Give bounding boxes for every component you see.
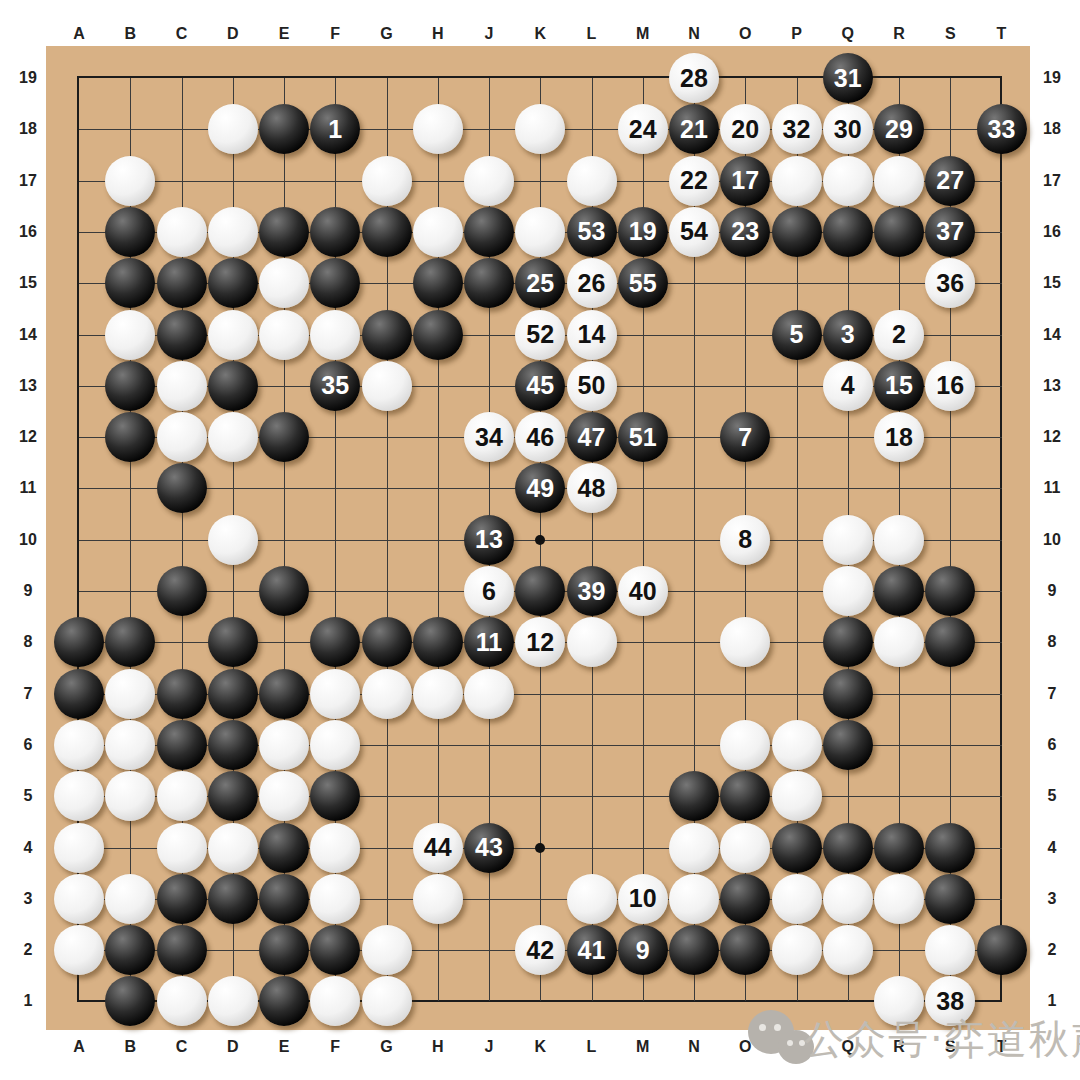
stone-D1 <box>208 976 258 1026</box>
move-number: 30 <box>834 117 862 142</box>
stone-F14 <box>310 310 360 360</box>
stone-Q9 <box>823 566 873 616</box>
star-point-K10 <box>535 535 545 545</box>
stone-K16 <box>515 207 565 257</box>
move-number: 27 <box>936 168 964 193</box>
stone-P18: 32 <box>772 104 822 154</box>
move-number: 24 <box>629 117 657 142</box>
stone-L15: 26 <box>567 258 617 308</box>
stone-D12 <box>208 412 258 462</box>
stone-B12 <box>105 412 155 462</box>
stone-P5 <box>772 771 822 821</box>
col-label-top-M: M <box>626 24 660 44</box>
stone-Q2 <box>823 925 873 975</box>
stone-B6 <box>105 720 155 770</box>
row-label-left-12: 12 <box>11 427 45 447</box>
col-label-bottom-B: B <box>113 1037 147 1057</box>
row-label-right-8: 8 <box>1035 632 1069 652</box>
stone-P3 <box>772 874 822 924</box>
stone-C7 <box>157 669 207 719</box>
move-number: 1 <box>328 117 342 142</box>
stone-D18 <box>208 104 258 154</box>
row-label-left-9: 9 <box>11 581 45 601</box>
stone-D10 <box>208 515 258 565</box>
stone-R13: 15 <box>874 361 924 411</box>
stone-B13 <box>105 361 155 411</box>
move-number: 39 <box>578 579 606 604</box>
move-number: 55 <box>629 271 657 296</box>
stone-M9: 40 <box>618 566 668 616</box>
move-number: 44 <box>424 835 452 860</box>
stone-Q7 <box>823 669 873 719</box>
stone-O6 <box>720 720 770 770</box>
row-label-right-19: 19 <box>1035 68 1069 88</box>
move-number: 35 <box>321 373 349 398</box>
move-number: 14 <box>578 322 606 347</box>
row-label-left-8: 8 <box>11 632 45 652</box>
move-number: 9 <box>636 938 650 963</box>
stone-C1 <box>157 976 207 1026</box>
stone-O12: 7 <box>720 412 770 462</box>
stone-H3 <box>413 874 463 924</box>
stone-D7 <box>208 669 258 719</box>
stone-C11 <box>157 463 207 513</box>
stone-Q18: 30 <box>823 104 873 154</box>
col-label-bottom-C: C <box>165 1037 199 1057</box>
stone-Q17 <box>823 156 873 206</box>
stone-Q16 <box>823 207 873 257</box>
stone-R14: 2 <box>874 310 924 360</box>
stone-G17 <box>362 156 412 206</box>
move-number: 53 <box>578 219 606 244</box>
row-label-right-13: 13 <box>1035 376 1069 396</box>
stone-E15 <box>259 258 309 308</box>
stone-P14: 5 <box>772 310 822 360</box>
move-number: 40 <box>629 579 657 604</box>
stone-F2 <box>310 925 360 975</box>
move-number: 36 <box>936 271 964 296</box>
col-label-top-G: G <box>370 24 404 44</box>
stone-E12 <box>259 412 309 462</box>
col-label-top-J: J <box>472 24 506 44</box>
row-label-right-4: 4 <box>1035 838 1069 858</box>
stone-N16: 54 <box>669 207 719 257</box>
stone-Q6 <box>823 720 873 770</box>
col-label-top-C: C <box>165 24 199 44</box>
move-number: 2 <box>892 322 906 347</box>
move-number: 46 <box>526 425 554 450</box>
stone-L12: 47 <box>567 412 617 462</box>
move-number: 32 <box>783 117 811 142</box>
stone-G13 <box>362 361 412 411</box>
stone-A3 <box>54 874 104 924</box>
stone-G1 <box>362 976 412 1026</box>
stone-L14: 14 <box>567 310 617 360</box>
stone-B16 <box>105 207 155 257</box>
stone-C16 <box>157 207 207 257</box>
col-label-top-R: R <box>882 24 916 44</box>
stone-G14 <box>362 310 412 360</box>
stone-E9 <box>259 566 309 616</box>
stone-B17 <box>105 156 155 206</box>
col-label-bottom-J: J <box>472 1037 506 1057</box>
stone-G2 <box>362 925 412 975</box>
stone-J15 <box>464 258 514 308</box>
stone-D4 <box>208 823 258 873</box>
stone-B2 <box>105 925 155 975</box>
stone-H8 <box>413 617 463 667</box>
row-label-left-6: 6 <box>11 735 45 755</box>
stone-C4 <box>157 823 207 873</box>
row-label-left-17: 17 <box>11 171 45 191</box>
stone-N18: 21 <box>669 104 719 154</box>
stone-E2 <box>259 925 309 975</box>
stone-H15 <box>413 258 463 308</box>
stone-N19: 28 <box>669 53 719 103</box>
stone-N2 <box>669 925 719 975</box>
move-number: 12 <box>526 630 554 655</box>
stone-Q4 <box>823 823 873 873</box>
stone-A7 <box>54 669 104 719</box>
stone-M18: 24 <box>618 104 668 154</box>
stone-R8 <box>874 617 924 667</box>
row-label-right-3: 3 <box>1035 889 1069 909</box>
stone-M16: 19 <box>618 207 668 257</box>
row-label-right-12: 12 <box>1035 427 1069 447</box>
col-label-top-H: H <box>421 24 455 44</box>
row-label-right-5: 5 <box>1035 786 1069 806</box>
stone-E6 <box>259 720 309 770</box>
move-number: 5 <box>790 322 804 347</box>
move-number: 47 <box>578 425 606 450</box>
col-label-top-K: K <box>523 24 557 44</box>
move-number: 37 <box>936 219 964 244</box>
stone-D14 <box>208 310 258 360</box>
stone-S13: 16 <box>925 361 975 411</box>
stone-E16 <box>259 207 309 257</box>
row-label-right-7: 7 <box>1035 684 1069 704</box>
stone-R12: 18 <box>874 412 924 462</box>
col-label-top-E: E <box>267 24 301 44</box>
row-label-left-7: 7 <box>11 684 45 704</box>
stone-O3 <box>720 874 770 924</box>
row-label-left-1: 1 <box>11 991 45 1011</box>
move-number: 52 <box>526 322 554 347</box>
col-label-bottom-A: A <box>62 1037 96 1057</box>
stone-B7 <box>105 669 155 719</box>
stone-C12 <box>157 412 207 462</box>
col-label-bottom-M: M <box>626 1037 660 1057</box>
row-label-left-19: 19 <box>11 68 45 88</box>
move-number: 15 <box>885 373 913 398</box>
stone-D8 <box>208 617 258 667</box>
stone-S9 <box>925 566 975 616</box>
stone-C9 <box>157 566 207 616</box>
col-label-bottom-F: F <box>318 1037 352 1057</box>
stone-H7 <box>413 669 463 719</box>
stone-C3 <box>157 874 207 924</box>
row-label-left-5: 5 <box>11 786 45 806</box>
move-number: 29 <box>885 117 913 142</box>
move-number: 7 <box>738 425 752 450</box>
col-label-top-F: F <box>318 24 352 44</box>
move-number: 17 <box>731 168 759 193</box>
move-number: 43 <box>475 835 503 860</box>
watermark: 公众号·弈道秋声 <box>748 1006 1078 1070</box>
stone-F6 <box>310 720 360 770</box>
stone-A5 <box>54 771 104 821</box>
stone-R17 <box>874 156 924 206</box>
row-label-right-10: 10 <box>1035 530 1069 550</box>
stone-F16 <box>310 207 360 257</box>
stone-S4 <box>925 823 975 873</box>
stone-Q8 <box>823 617 873 667</box>
stone-L13: 50 <box>567 361 617 411</box>
stone-J7 <box>464 669 514 719</box>
stone-J4: 43 <box>464 823 514 873</box>
stone-C13 <box>157 361 207 411</box>
row-label-right-11: 11 <box>1035 478 1069 498</box>
move-number: 48 <box>578 476 606 501</box>
stone-N3 <box>669 874 719 924</box>
stone-F3 <box>310 874 360 924</box>
stone-R3 <box>874 874 924 924</box>
move-number: 22 <box>680 168 708 193</box>
stone-D16 <box>208 207 258 257</box>
stone-R18: 29 <box>874 104 924 154</box>
move-number: 6 <box>482 579 496 604</box>
move-number: 54 <box>680 219 708 244</box>
stone-G7 <box>362 669 412 719</box>
move-number: 41 <box>578 938 606 963</box>
stone-Q19: 31 <box>823 53 873 103</box>
stone-T2 <box>977 925 1027 975</box>
row-label-right-16: 16 <box>1035 222 1069 242</box>
stone-M12: 51 <box>618 412 668 462</box>
stone-B14 <box>105 310 155 360</box>
move-number: 33 <box>988 117 1016 142</box>
row-label-left-16: 16 <box>11 222 45 242</box>
row-label-right-17: 17 <box>1035 171 1069 191</box>
stone-N5 <box>669 771 719 821</box>
stone-D6 <box>208 720 258 770</box>
stone-F7 <box>310 669 360 719</box>
stone-A4 <box>54 823 104 873</box>
stone-R16 <box>874 207 924 257</box>
stone-L3 <box>567 874 617 924</box>
row-label-right-9: 9 <box>1035 581 1069 601</box>
row-label-right-6: 6 <box>1035 735 1069 755</box>
col-label-top-A: A <box>62 24 96 44</box>
move-number: 10 <box>629 886 657 911</box>
wechat-bubble-eye <box>759 1024 766 1031</box>
stone-E18 <box>259 104 309 154</box>
col-label-top-N: N <box>677 24 711 44</box>
stone-H4: 44 <box>413 823 463 873</box>
row-label-right-15: 15 <box>1035 273 1069 293</box>
move-number: 11 <box>476 630 502 655</box>
stone-L2: 41 <box>567 925 617 975</box>
move-number: 18 <box>885 425 913 450</box>
stone-A2 <box>54 925 104 975</box>
col-label-top-Q: Q <box>831 24 865 44</box>
stone-O2 <box>720 925 770 975</box>
stone-H14 <box>413 310 463 360</box>
stone-D5 <box>208 771 258 821</box>
stone-K9 <box>515 566 565 616</box>
stone-O4 <box>720 823 770 873</box>
move-number: 19 <box>629 219 657 244</box>
row-label-left-2: 2 <box>11 940 45 960</box>
col-label-top-S: S <box>933 24 967 44</box>
stone-O16: 23 <box>720 207 770 257</box>
stone-B3 <box>105 874 155 924</box>
stone-P17 <box>772 156 822 206</box>
stone-C15 <box>157 258 207 308</box>
row-label-left-11: 11 <box>11 478 45 498</box>
wechat-bubble-eye <box>774 1024 781 1031</box>
move-number: 23 <box>731 219 759 244</box>
move-number: 34 <box>475 425 503 450</box>
stone-L17 <box>567 156 617 206</box>
move-number: 8 <box>738 527 752 552</box>
stone-R4 <box>874 823 924 873</box>
col-label-bottom-G: G <box>370 1037 404 1057</box>
stone-M2: 9 <box>618 925 668 975</box>
stone-P6 <box>772 720 822 770</box>
stone-T18: 33 <box>977 104 1027 154</box>
stone-S16: 37 <box>925 207 975 257</box>
star-point-K4 <box>535 843 545 853</box>
stone-J17 <box>464 156 514 206</box>
row-label-left-13: 13 <box>11 376 45 396</box>
stone-E14 <box>259 310 309 360</box>
stone-C6 <box>157 720 207 770</box>
stone-N17: 22 <box>669 156 719 206</box>
stone-K2: 42 <box>515 925 565 975</box>
col-label-bottom-K: K <box>523 1037 557 1057</box>
stone-C14 <box>157 310 207 360</box>
stone-S2 <box>925 925 975 975</box>
watermark-text: 公众号·弈道秋声 <box>804 1012 1080 1067</box>
move-number: 51 <box>629 425 657 450</box>
stone-Q10 <box>823 515 873 565</box>
page: 2831124212032302933221727531954233725265… <box>0 0 1080 1080</box>
col-label-bottom-E: E <box>267 1037 301 1057</box>
stone-L8 <box>567 617 617 667</box>
stone-G8 <box>362 617 412 667</box>
move-number: 4 <box>841 373 855 398</box>
stone-H16 <box>413 207 463 257</box>
stone-Q14: 3 <box>823 310 873 360</box>
move-number: 21 <box>680 117 708 142</box>
stone-S17: 27 <box>925 156 975 206</box>
stone-O10: 8 <box>720 515 770 565</box>
col-label-bottom-H: H <box>421 1037 455 1057</box>
stone-K12: 46 <box>515 412 565 462</box>
move-number: 25 <box>526 271 554 296</box>
stone-J16 <box>464 207 514 257</box>
col-label-top-P: P <box>780 24 814 44</box>
col-label-top-D: D <box>216 24 250 44</box>
row-label-left-15: 15 <box>11 273 45 293</box>
stone-O17: 17 <box>720 156 770 206</box>
stone-P2 <box>772 925 822 975</box>
wechat-bubble-eye <box>787 1040 793 1046</box>
stone-D3 <box>208 874 258 924</box>
stone-J8: 11 <box>464 617 514 667</box>
move-number: 50 <box>578 373 606 398</box>
stone-L16: 53 <box>567 207 617 257</box>
col-label-top-O: O <box>728 24 762 44</box>
stone-J9: 6 <box>464 566 514 616</box>
row-label-left-4: 4 <box>11 838 45 858</box>
col-label-top-T: T <box>985 24 1019 44</box>
stone-J10: 13 <box>464 515 514 565</box>
col-label-bottom-N: N <box>677 1037 711 1057</box>
stone-R10 <box>874 515 924 565</box>
stone-M15: 55 <box>618 258 668 308</box>
row-label-right-18: 18 <box>1035 119 1069 139</box>
stone-L9: 39 <box>567 566 617 616</box>
move-number: 26 <box>578 271 606 296</box>
stone-F4 <box>310 823 360 873</box>
stone-D15 <box>208 258 258 308</box>
stone-A8 <box>54 617 104 667</box>
col-label-top-B: B <box>113 24 147 44</box>
stone-C5 <box>157 771 207 821</box>
stone-E5 <box>259 771 309 821</box>
stone-S3 <box>925 874 975 924</box>
stone-G16 <box>362 207 412 257</box>
stone-A6 <box>54 720 104 770</box>
stone-D13 <box>208 361 258 411</box>
stone-K13: 45 <box>515 361 565 411</box>
move-number: 42 <box>526 938 554 963</box>
stone-M3: 10 <box>618 874 668 924</box>
move-number: 3 <box>841 322 855 347</box>
move-number: 45 <box>526 373 554 398</box>
col-label-bottom-D: D <box>216 1037 250 1057</box>
stone-P16 <box>772 207 822 257</box>
stone-R9 <box>874 566 924 616</box>
stone-F13: 35 <box>310 361 360 411</box>
stone-E3 <box>259 874 309 924</box>
stone-C2 <box>157 925 207 975</box>
row-label-right-14: 14 <box>1035 325 1069 345</box>
col-label-bottom-L: L <box>575 1037 609 1057</box>
move-number: 16 <box>936 373 964 398</box>
row-label-left-3: 3 <box>11 889 45 909</box>
row-label-left-10: 10 <box>11 530 45 550</box>
row-label-left-18: 18 <box>11 119 45 139</box>
stone-E7 <box>259 669 309 719</box>
stone-J12: 34 <box>464 412 514 462</box>
stone-L11: 48 <box>567 463 617 513</box>
stone-N4 <box>669 823 719 873</box>
move-number: 28 <box>680 66 708 91</box>
stone-P4 <box>772 823 822 873</box>
col-label-top-L: L <box>575 24 609 44</box>
stone-Q3 <box>823 874 873 924</box>
row-label-right-2: 2 <box>1035 940 1069 960</box>
stone-H18 <box>413 104 463 154</box>
stone-E4 <box>259 823 309 873</box>
stone-Q13: 4 <box>823 361 873 411</box>
move-number: 49 <box>526 476 554 501</box>
row-label-left-14: 14 <box>11 325 45 345</box>
move-number: 31 <box>834 66 862 91</box>
